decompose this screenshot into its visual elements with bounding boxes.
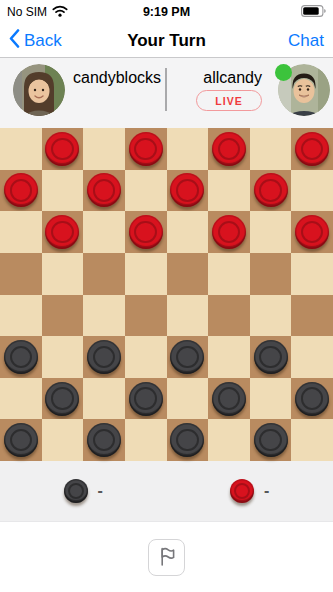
board-square xyxy=(42,253,84,295)
checkers-board xyxy=(0,128,333,461)
board-square[interactable] xyxy=(0,170,42,212)
red-checker-piece[interactable] xyxy=(87,173,121,207)
board-square[interactable] xyxy=(125,211,167,253)
board-square xyxy=(250,211,292,253)
captured-bar: - - xyxy=(0,461,333,521)
online-status-dot xyxy=(275,64,292,81)
dark-captured-tray: - xyxy=(0,461,167,521)
board-square xyxy=(291,419,333,461)
red-checker-piece[interactable] xyxy=(129,215,163,249)
board-square[interactable] xyxy=(291,378,333,420)
status-bar: No SIM 9:19 PM xyxy=(0,0,333,24)
status-left: No SIM xyxy=(7,3,125,21)
board-square xyxy=(42,170,84,212)
board-square[interactable] xyxy=(83,336,125,378)
dark-checker-piece[interactable] xyxy=(295,382,329,416)
red-checker-piece[interactable] xyxy=(129,132,163,166)
status-right xyxy=(208,3,326,21)
board-square[interactable] xyxy=(167,253,209,295)
board-square xyxy=(125,253,167,295)
dark-checker-piece[interactable] xyxy=(87,340,121,374)
board-square[interactable] xyxy=(208,128,250,170)
board-square[interactable] xyxy=(167,336,209,378)
board-square xyxy=(0,128,42,170)
nav-bar: Back Your Turn Chat xyxy=(0,24,333,58)
board-square xyxy=(0,211,42,253)
dark-checker-piece[interactable] xyxy=(4,423,38,457)
red-tray-piece xyxy=(230,479,254,503)
red-captured-tray: - xyxy=(167,461,333,521)
red-checker-piece[interactable] xyxy=(45,132,79,166)
red-checker-piece[interactable] xyxy=(254,173,288,207)
board-square xyxy=(83,211,125,253)
board-square[interactable] xyxy=(208,211,250,253)
dark-checker-piece[interactable] xyxy=(45,382,79,416)
red-checker-piece[interactable] xyxy=(170,173,204,207)
chevron-left-icon xyxy=(9,29,20,53)
board-square[interactable] xyxy=(125,295,167,337)
board-square xyxy=(125,419,167,461)
board-square xyxy=(208,419,250,461)
board-square[interactable] xyxy=(0,419,42,461)
app-window: No SIM 9:19 PM xyxy=(0,0,333,592)
board-square[interactable] xyxy=(250,336,292,378)
board-square[interactable] xyxy=(208,378,250,420)
board-square xyxy=(167,211,209,253)
board-square[interactable] xyxy=(208,295,250,337)
dark-captured-count: - xyxy=(98,483,103,499)
board-square xyxy=(125,336,167,378)
board-square[interactable] xyxy=(0,253,42,295)
board-square[interactable] xyxy=(42,295,84,337)
dark-checker-piece[interactable] xyxy=(170,423,204,457)
resign-button[interactable] xyxy=(148,539,185,576)
dark-checker-piece[interactable] xyxy=(87,423,121,457)
board-square[interactable] xyxy=(125,128,167,170)
red-checker-piece[interactable] xyxy=(295,215,329,249)
board-square[interactable] xyxy=(291,211,333,253)
red-checker-piece[interactable] xyxy=(212,132,246,166)
board-square xyxy=(167,378,209,420)
wifi-icon xyxy=(52,3,68,21)
footer-bar xyxy=(0,521,333,592)
board-square[interactable] xyxy=(167,170,209,212)
players-bar: candyblocks allcandy LIVE xyxy=(0,58,333,128)
back-label: Back xyxy=(24,31,62,51)
dark-tray-piece xyxy=(64,479,88,503)
board-square[interactable] xyxy=(125,378,167,420)
red-checker-piece[interactable] xyxy=(45,215,79,249)
dark-checker-piece[interactable] xyxy=(129,382,163,416)
board-square[interactable] xyxy=(83,419,125,461)
board-square[interactable] xyxy=(83,253,125,295)
board-square xyxy=(208,336,250,378)
board-square xyxy=(208,253,250,295)
flag-icon xyxy=(156,545,178,571)
board-square[interactable] xyxy=(250,253,292,295)
board-square xyxy=(291,253,333,295)
red-checker-piece[interactable] xyxy=(4,173,38,207)
board-square xyxy=(208,170,250,212)
left-player-name: candyblocks xyxy=(73,69,161,87)
chat-button[interactable]: Chat xyxy=(288,31,324,51)
battery-icon xyxy=(301,3,326,21)
board-square[interactable] xyxy=(291,128,333,170)
board-square xyxy=(42,419,84,461)
red-checker-piece[interactable] xyxy=(212,215,246,249)
board-square[interactable] xyxy=(291,295,333,337)
right-player-avatar-wrap xyxy=(278,64,330,116)
right-player-name: allcandy xyxy=(203,69,262,87)
board-square xyxy=(167,128,209,170)
board-square[interactable] xyxy=(167,419,209,461)
board-square xyxy=(291,170,333,212)
board-square[interactable] xyxy=(0,336,42,378)
board-square[interactable] xyxy=(42,128,84,170)
board-square xyxy=(250,128,292,170)
dark-checker-piece[interactable] xyxy=(4,340,38,374)
dark-checker-piece[interactable] xyxy=(254,423,288,457)
board-square xyxy=(0,295,42,337)
board-square[interactable] xyxy=(42,211,84,253)
dark-checker-piece[interactable] xyxy=(170,340,204,374)
red-checker-piece[interactable] xyxy=(295,132,329,166)
board-square xyxy=(83,128,125,170)
left-player-avatar xyxy=(13,64,65,116)
carrier-label: No SIM xyxy=(7,5,47,19)
board-square[interactable] xyxy=(250,170,292,212)
board-square xyxy=(42,336,84,378)
board-square xyxy=(250,378,292,420)
red-captured-count: - xyxy=(264,483,269,499)
clock: 9:19 PM xyxy=(125,5,208,19)
players-divider xyxy=(165,68,167,111)
dark-checker-piece[interactable] xyxy=(212,382,246,416)
board-square xyxy=(250,295,292,337)
board-square xyxy=(83,378,125,420)
board-square xyxy=(0,378,42,420)
board-square[interactable] xyxy=(250,419,292,461)
board-square xyxy=(83,295,125,337)
board-square[interactable] xyxy=(83,170,125,212)
board-square xyxy=(125,170,167,212)
board-square xyxy=(167,295,209,337)
live-badge[interactable]: LIVE xyxy=(196,90,262,111)
back-button[interactable]: Back xyxy=(9,29,62,53)
dark-checker-piece[interactable] xyxy=(254,340,288,374)
board-square xyxy=(291,336,333,378)
board-square[interactable] xyxy=(42,378,84,420)
